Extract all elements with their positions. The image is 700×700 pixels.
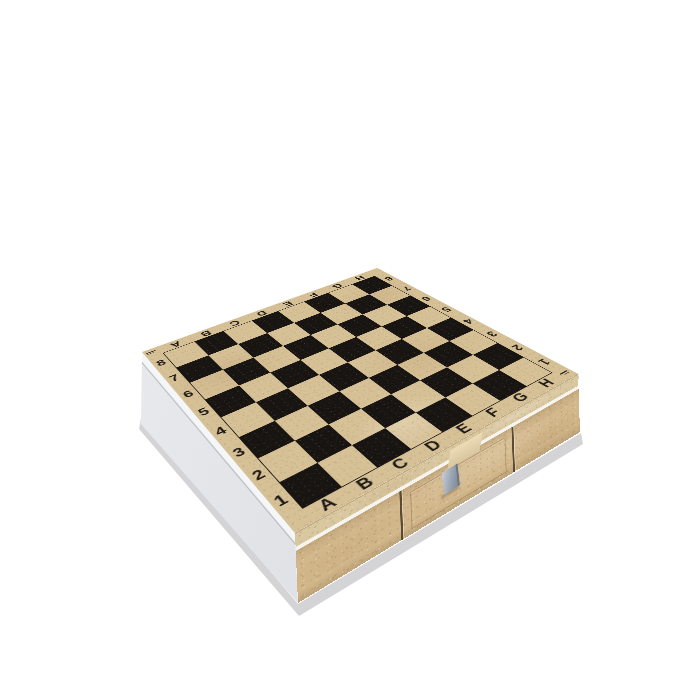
chess-box-product-photo: AABBCCDDEEFFGGHH1122334455667788	[0, 0, 700, 700]
